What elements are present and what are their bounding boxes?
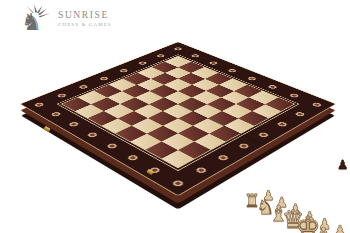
svg-text:♞: ♞ [21, 8, 42, 34]
brand-logo: ♞ SUNRISE CHESS & GAMES [20, 4, 112, 34]
piece-black-pawn: ♟ [337, 159, 348, 172]
board-surface [20, 42, 337, 197]
brand-name: SUNRISE [58, 11, 112, 21]
piece-white-pawn: ♟ [333, 225, 347, 233]
product-photo: ♞ SUNRISE CHESS & GAMES ♜♞♝♛♚♝♞♜♟♟♟♟♟♟♟♟… [0, 0, 350, 233]
knight-sunrise-icon: ♞ [20, 4, 54, 34]
brand-text: SUNRISE CHESS & GAMES [58, 11, 112, 27]
brand-tagline: CHESS & GAMES [58, 22, 112, 27]
